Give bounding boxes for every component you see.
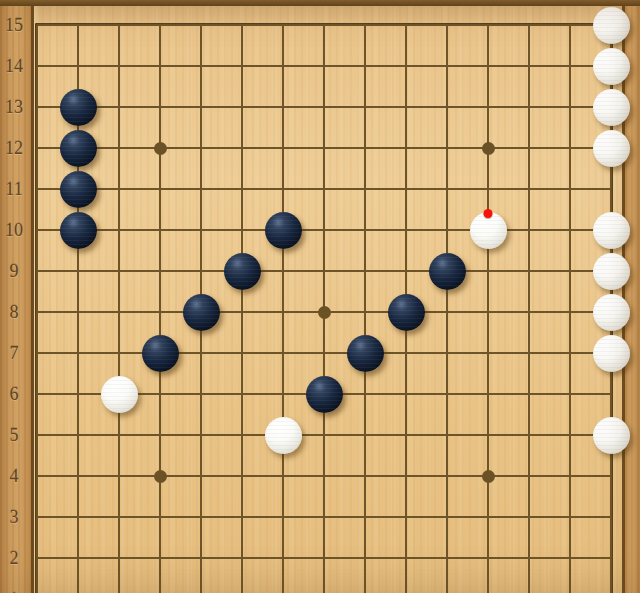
row-label: 4	[1, 466, 27, 486]
row-label: 3	[1, 507, 27, 527]
row-label: 7	[1, 343, 27, 363]
white-stone	[593, 335, 630, 372]
white-stone	[265, 417, 302, 454]
white-stone	[101, 376, 138, 413]
black-stone	[60, 212, 97, 249]
grid-line-horizontal	[37, 516, 611, 518]
star-point	[318, 306, 331, 319]
grid-line-vertical	[159, 25, 161, 593]
row-label: 12	[1, 138, 27, 158]
black-stone	[347, 335, 384, 372]
white-stone	[593, 253, 630, 290]
black-stone	[60, 89, 97, 126]
black-stone	[142, 335, 179, 372]
black-stone	[60, 171, 97, 208]
row-label: 14	[1, 56, 27, 76]
gomoku-board-screenshot: 151413121110987654321	[0, 0, 640, 593]
black-stone	[224, 253, 261, 290]
black-stone	[306, 376, 343, 413]
star-point	[154, 142, 167, 155]
white-stone	[593, 294, 630, 331]
white-stone	[470, 212, 507, 249]
white-stone	[593, 89, 630, 126]
grid-line-vertical	[446, 25, 448, 593]
row-label: 1	[1, 589, 27, 593]
row-label: 2	[1, 548, 27, 568]
star-point	[154, 470, 167, 483]
grid-line-horizontal	[37, 434, 611, 436]
row-label: 10	[1, 220, 27, 240]
row-label: 9	[1, 261, 27, 281]
white-stone	[593, 7, 630, 44]
grid-line-vertical	[36, 25, 38, 593]
grid-line-vertical	[364, 25, 366, 593]
white-stone	[593, 130, 630, 167]
white-stone	[593, 212, 630, 249]
grid-line-vertical	[528, 25, 530, 593]
grid-line-horizontal	[37, 352, 611, 354]
grid-line-vertical	[282, 25, 284, 593]
grid-line-horizontal	[37, 475, 611, 477]
black-stone	[265, 212, 302, 249]
row-label: 8	[1, 302, 27, 322]
grid-line-vertical	[569, 25, 571, 593]
row-label: 6	[1, 384, 27, 404]
board-grid[interactable]	[0, 0, 640, 593]
black-stone	[183, 294, 220, 331]
grid-line-horizontal	[37, 557, 611, 559]
row-label: 5	[1, 425, 27, 445]
black-stone	[429, 253, 466, 290]
black-stone	[60, 130, 97, 167]
last-move-marker	[484, 209, 493, 218]
black-stone	[388, 294, 425, 331]
row-label: 11	[1, 179, 27, 199]
row-label: 13	[1, 97, 27, 117]
grid-line-vertical	[241, 25, 243, 593]
top-frame-edge	[0, 0, 640, 6]
grid-line-vertical	[487, 25, 489, 593]
white-stone	[593, 417, 630, 454]
star-point	[482, 470, 495, 483]
star-point	[482, 142, 495, 155]
grid-line-vertical	[118, 25, 120, 593]
white-stone	[593, 48, 630, 85]
row-label: 15	[1, 15, 27, 35]
